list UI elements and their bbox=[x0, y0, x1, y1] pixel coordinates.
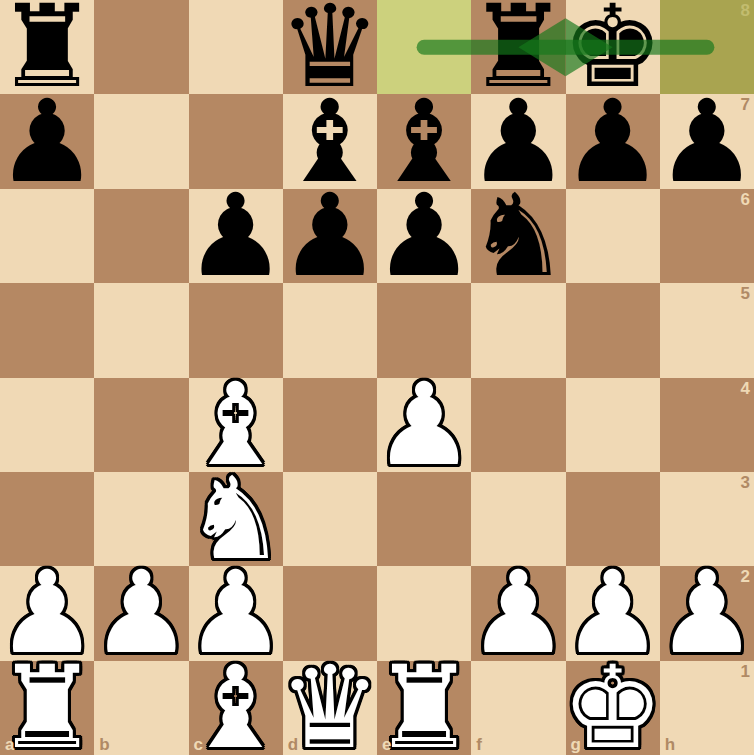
square-h6[interactable]: 6 bbox=[660, 189, 754, 283]
square-b1[interactable]: b bbox=[94, 661, 188, 755]
rank-label-6: 6 bbox=[741, 191, 750, 208]
file-label-h: h bbox=[665, 736, 675, 753]
square-d3[interactable] bbox=[283, 472, 377, 566]
black-pawn[interactable]: ♟ bbox=[377, 189, 471, 283]
square-e3[interactable] bbox=[377, 472, 471, 566]
white-pawn[interactable]: ♟ bbox=[94, 566, 188, 660]
square-d1[interactable]: ♛d bbox=[283, 661, 377, 755]
square-d5[interactable] bbox=[283, 283, 377, 377]
white-queen[interactable]: ♛ bbox=[283, 661, 377, 755]
square-b5[interactable] bbox=[94, 283, 188, 377]
square-h4[interactable]: 4 bbox=[660, 378, 754, 472]
square-d4[interactable] bbox=[283, 378, 377, 472]
white-bishop[interactable]: ♝ bbox=[189, 661, 283, 755]
square-f2[interactable]: ♟ bbox=[471, 566, 565, 660]
white-pawn[interactable]: ♟ bbox=[471, 566, 565, 660]
file-label-f: f bbox=[476, 736, 482, 753]
square-g7[interactable]: ♟ bbox=[566, 94, 660, 188]
chess-board: ♜♛♜♚8♟♝♝♟♟♟7♟♟♟♞65♝♟4♞3♟♟♟♟♟♟2♜ab♝c♛d♜ef… bbox=[0, 0, 754, 755]
square-g1[interactable]: ♚g bbox=[566, 661, 660, 755]
square-a1[interactable]: ♜a bbox=[0, 661, 94, 755]
square-f4[interactable] bbox=[471, 378, 565, 472]
rank-label-3: 3 bbox=[741, 474, 750, 491]
square-g5[interactable] bbox=[566, 283, 660, 377]
square-f5[interactable] bbox=[471, 283, 565, 377]
rank-label-5: 5 bbox=[741, 285, 750, 302]
square-e1[interactable]: ♜e bbox=[377, 661, 471, 755]
white-king[interactable]: ♚ bbox=[566, 661, 660, 755]
square-b8[interactable] bbox=[94, 0, 188, 94]
square-f6[interactable]: ♞ bbox=[471, 189, 565, 283]
square-e6[interactable]: ♟ bbox=[377, 189, 471, 283]
square-g4[interactable] bbox=[566, 378, 660, 472]
square-e4[interactable]: ♟ bbox=[377, 378, 471, 472]
black-pawn[interactable]: ♟ bbox=[566, 94, 660, 188]
square-a4[interactable] bbox=[0, 378, 94, 472]
white-rook[interactable]: ♜ bbox=[0, 661, 94, 755]
rank-label-8: 8 bbox=[741, 2, 750, 19]
black-pawn[interactable]: ♟ bbox=[189, 189, 283, 283]
rank-label-4: 4 bbox=[741, 380, 750, 397]
square-h1[interactable]: 1h bbox=[660, 661, 754, 755]
file-label-b: b bbox=[99, 736, 109, 753]
square-h5[interactable]: 5 bbox=[660, 283, 754, 377]
square-b2[interactable]: ♟ bbox=[94, 566, 188, 660]
square-c8[interactable] bbox=[189, 0, 283, 94]
square-b7[interactable] bbox=[94, 94, 188, 188]
square-c1[interactable]: ♝c bbox=[189, 661, 283, 755]
black-pawn[interactable]: ♟ bbox=[0, 94, 94, 188]
white-pawn[interactable]: ♟ bbox=[660, 566, 754, 660]
square-h2[interactable]: ♟2 bbox=[660, 566, 754, 660]
white-rook[interactable]: ♜ bbox=[377, 661, 471, 755]
square-b6[interactable] bbox=[94, 189, 188, 283]
rank-label-1: 1 bbox=[741, 663, 750, 680]
square-a5[interactable] bbox=[0, 283, 94, 377]
chess-app: ♜♛♜♚8♟♝♝♟♟♟7♟♟♟♞65♝♟4♞3♟♟♟♟♟♟2♜ab♝c♛d♜ef… bbox=[0, 0, 754, 755]
square-a7[interactable]: ♟ bbox=[0, 94, 94, 188]
square-b4[interactable] bbox=[94, 378, 188, 472]
black-pawn[interactable]: ♟ bbox=[283, 189, 377, 283]
black-knight[interactable]: ♞ bbox=[471, 189, 565, 283]
square-d6[interactable]: ♟ bbox=[283, 189, 377, 283]
black-pawn[interactable]: ♟ bbox=[660, 94, 754, 188]
square-a6[interactable] bbox=[0, 189, 94, 283]
square-c6[interactable]: ♟ bbox=[189, 189, 283, 283]
square-h7[interactable]: ♟7 bbox=[660, 94, 754, 188]
white-pawn[interactable]: ♟ bbox=[377, 378, 471, 472]
square-g6[interactable] bbox=[566, 189, 660, 283]
square-f1[interactable]: f bbox=[471, 661, 565, 755]
